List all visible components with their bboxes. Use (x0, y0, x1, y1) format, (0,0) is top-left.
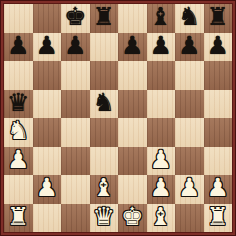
square-a4[interactable]: ♞ (4, 118, 33, 147)
square-c7[interactable]: ♟ (61, 33, 90, 62)
white-pawn-h2[interactable]: ♟ (207, 175, 229, 202)
square-e1[interactable]: ♚ (118, 204, 147, 233)
white-pawn-g2[interactable]: ♟ (178, 175, 200, 202)
black-knight-g8[interactable]: ♞ (178, 4, 200, 31)
square-e4[interactable] (118, 118, 147, 147)
square-h2[interactable]: ♟ (204, 175, 233, 204)
square-c5[interactable] (61, 90, 90, 119)
board: ♚♜♝♞♜♟♟♟♟♟♟♟♛♞♞♟♟♟♝♟♟♟♜♛♚♝♜ (4, 4, 232, 232)
square-b8[interactable] (33, 4, 62, 33)
square-g8[interactable]: ♞ (175, 4, 204, 33)
square-b6[interactable] (33, 61, 62, 90)
square-a7[interactable]: ♟ (4, 33, 33, 62)
square-d5[interactable]: ♞ (90, 90, 119, 119)
square-b3[interactable] (33, 147, 62, 176)
square-f7[interactable]: ♟ (147, 33, 176, 62)
square-h6[interactable] (204, 61, 233, 90)
white-bishop-f1[interactable]: ♝ (150, 204, 172, 231)
black-pawn-b7[interactable]: ♟ (36, 33, 58, 60)
square-g6[interactable] (175, 61, 204, 90)
square-d2[interactable]: ♝ (90, 175, 119, 204)
square-d7[interactable] (90, 33, 119, 62)
white-king-e1[interactable]: ♚ (121, 204, 143, 231)
square-a1[interactable]: ♜ (4, 204, 33, 233)
white-rook-h1[interactable]: ♜ (207, 204, 229, 231)
square-c3[interactable] (61, 147, 90, 176)
square-e6[interactable] (118, 61, 147, 90)
square-c6[interactable] (61, 61, 90, 90)
white-queen-d1[interactable]: ♛ (93, 204, 115, 231)
square-d3[interactable] (90, 147, 119, 176)
white-bishop-d2[interactable]: ♝ (93, 175, 115, 202)
square-f2[interactable]: ♟ (147, 175, 176, 204)
square-d6[interactable] (90, 61, 119, 90)
black-pawn-e7[interactable]: ♟ (121, 33, 143, 60)
black-rook-h8[interactable]: ♜ (207, 4, 229, 31)
square-e7[interactable]: ♟ (118, 33, 147, 62)
black-pawn-g7[interactable]: ♟ (178, 33, 200, 60)
square-e5[interactable] (118, 90, 147, 119)
black-pawn-c7[interactable]: ♟ (64, 33, 86, 60)
square-g5[interactable] (175, 90, 204, 119)
square-a3[interactable]: ♟ (4, 147, 33, 176)
square-a8[interactable] (4, 4, 33, 33)
white-pawn-a3[interactable]: ♟ (7, 147, 29, 174)
white-pawn-f2[interactable]: ♟ (150, 175, 172, 202)
square-h1[interactable]: ♜ (204, 204, 233, 233)
square-f5[interactable] (147, 90, 176, 119)
square-h4[interactable] (204, 118, 233, 147)
square-f6[interactable] (147, 61, 176, 90)
square-g4[interactable] (175, 118, 204, 147)
black-pawn-f7[interactable]: ♟ (150, 33, 172, 60)
black-pawn-a7[interactable]: ♟ (7, 33, 29, 60)
square-b1[interactable] (33, 204, 62, 233)
square-g2[interactable]: ♟ (175, 175, 204, 204)
black-rook-d8[interactable]: ♜ (93, 4, 115, 31)
square-f8[interactable]: ♝ (147, 4, 176, 33)
black-knight-d5[interactable]: ♞ (93, 90, 115, 117)
square-g3[interactable] (175, 147, 204, 176)
square-a2[interactable] (4, 175, 33, 204)
square-b2[interactable]: ♟ (33, 175, 62, 204)
square-d4[interactable] (90, 118, 119, 147)
square-a5[interactable]: ♛ (4, 90, 33, 119)
square-g1[interactable] (175, 204, 204, 233)
square-e8[interactable] (118, 4, 147, 33)
square-f3[interactable]: ♟ (147, 147, 176, 176)
white-rook-a1[interactable]: ♜ (7, 204, 29, 231)
square-e2[interactable] (118, 175, 147, 204)
square-c1[interactable] (61, 204, 90, 233)
square-h3[interactable] (204, 147, 233, 176)
square-b5[interactable] (33, 90, 62, 119)
square-c4[interactable] (61, 118, 90, 147)
square-d1[interactable]: ♛ (90, 204, 119, 233)
square-h8[interactable]: ♜ (204, 4, 233, 33)
white-knight-a4[interactable]: ♞ (7, 118, 29, 145)
square-b7[interactable]: ♟ (33, 33, 62, 62)
board-frame: ♚♜♝♞♜♟♟♟♟♟♟♟♛♞♞♟♟♟♝♟♟♟♜♛♚♝♜ (0, 0, 236, 236)
square-h5[interactable] (204, 90, 233, 119)
square-e3[interactable] (118, 147, 147, 176)
square-b4[interactable] (33, 118, 62, 147)
square-f1[interactable]: ♝ (147, 204, 176, 233)
black-king-c8[interactable]: ♚ (64, 4, 86, 31)
black-queen-a5[interactable]: ♛ (7, 90, 29, 117)
square-c2[interactable] (61, 175, 90, 204)
black-bishop-f8[interactable]: ♝ (150, 4, 172, 31)
square-c8[interactable]: ♚ (61, 4, 90, 33)
square-g7[interactable]: ♟ (175, 33, 204, 62)
square-f4[interactable] (147, 118, 176, 147)
square-d8[interactable]: ♜ (90, 4, 119, 33)
square-a6[interactable] (4, 61, 33, 90)
black-pawn-h7[interactable]: ♟ (207, 33, 229, 60)
white-pawn-b2[interactable]: ♟ (36, 175, 58, 202)
square-h7[interactable]: ♟ (204, 33, 233, 62)
white-pawn-f3[interactable]: ♟ (150, 147, 172, 174)
